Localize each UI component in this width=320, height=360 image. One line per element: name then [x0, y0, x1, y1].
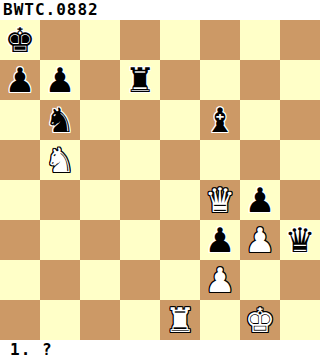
- square-h6[interactable]: [280, 100, 320, 140]
- square-e3[interactable]: [160, 220, 200, 260]
- piece-white-pawn: ♟: [245, 220, 275, 260]
- piece-black-bishop: ♝: [205, 100, 235, 140]
- square-d2[interactable]: [120, 260, 160, 300]
- square-b2[interactable]: [40, 260, 80, 300]
- square-a5[interactable]: [0, 140, 40, 180]
- square-a1[interactable]: [0, 300, 40, 340]
- square-c4[interactable]: [80, 180, 120, 220]
- square-b8[interactable]: [40, 20, 80, 60]
- square-c8[interactable]: [80, 20, 120, 60]
- move-prompt: 1. ?: [0, 340, 320, 360]
- square-h4[interactable]: [280, 180, 320, 220]
- square-a2[interactable]: [0, 260, 40, 300]
- square-b6[interactable]: ♞: [40, 100, 80, 140]
- square-f5[interactable]: [200, 140, 240, 180]
- square-d3[interactable]: [120, 220, 160, 260]
- square-c1[interactable]: [80, 300, 120, 340]
- square-a7[interactable]: ♟: [0, 60, 40, 100]
- square-b7[interactable]: ♟: [40, 60, 80, 100]
- square-b1[interactable]: [40, 300, 80, 340]
- square-c7[interactable]: [80, 60, 120, 100]
- square-e4[interactable]: [160, 180, 200, 220]
- square-e7[interactable]: [160, 60, 200, 100]
- square-d7[interactable]: ♜: [120, 60, 160, 100]
- square-b5[interactable]: ♞: [40, 140, 80, 180]
- piece-white-rook: ♜: [165, 300, 195, 340]
- piece-black-pawn: ♟: [5, 60, 35, 100]
- square-f8[interactable]: [200, 20, 240, 60]
- square-f1[interactable]: [200, 300, 240, 340]
- puzzle-title: BWTC.0882: [0, 0, 320, 20]
- square-g8[interactable]: [240, 20, 280, 60]
- square-h2[interactable]: [280, 260, 320, 300]
- square-h7[interactable]: [280, 60, 320, 100]
- square-a8[interactable]: ♚: [0, 20, 40, 60]
- piece-black-rook: ♜: [125, 60, 155, 100]
- square-e8[interactable]: [160, 20, 200, 60]
- square-d6[interactable]: [120, 100, 160, 140]
- piece-black-pawn: ♟: [205, 220, 235, 260]
- square-a6[interactable]: [0, 100, 40, 140]
- square-c5[interactable]: [80, 140, 120, 180]
- piece-white-pawn: ♟: [205, 260, 235, 300]
- square-f4[interactable]: ♛: [200, 180, 240, 220]
- piece-black-queen: ♛: [285, 220, 315, 260]
- piece-white-king: ♚: [245, 300, 275, 340]
- square-c6[interactable]: [80, 100, 120, 140]
- square-e1[interactable]: ♜: [160, 300, 200, 340]
- square-f6[interactable]: ♝: [200, 100, 240, 140]
- square-b4[interactable]: [40, 180, 80, 220]
- chess-board: ♚♟♟♜♞♝♞♛♟♟♟♛♟♜♚: [0, 20, 320, 340]
- piece-white-knight: ♞: [45, 140, 75, 180]
- square-g6[interactable]: [240, 100, 280, 140]
- square-d5[interactable]: [120, 140, 160, 180]
- piece-white-queen: ♛: [205, 180, 235, 220]
- square-f7[interactable]: [200, 60, 240, 100]
- square-a3[interactable]: [0, 220, 40, 260]
- square-b3[interactable]: [40, 220, 80, 260]
- square-d8[interactable]: [120, 20, 160, 60]
- square-g4[interactable]: ♟: [240, 180, 280, 220]
- piece-black-pawn: ♟: [45, 60, 75, 100]
- square-g2[interactable]: [240, 260, 280, 300]
- square-h1[interactable]: [280, 300, 320, 340]
- square-g1[interactable]: ♚: [240, 300, 280, 340]
- piece-black-knight: ♞: [45, 100, 75, 140]
- square-f3[interactable]: ♟: [200, 220, 240, 260]
- square-g7[interactable]: [240, 60, 280, 100]
- square-c3[interactable]: [80, 220, 120, 260]
- square-h3[interactable]: ♛: [280, 220, 320, 260]
- square-e5[interactable]: [160, 140, 200, 180]
- square-d4[interactable]: [120, 180, 160, 220]
- square-g5[interactable]: [240, 140, 280, 180]
- square-a4[interactable]: [0, 180, 40, 220]
- square-d1[interactable]: [120, 300, 160, 340]
- square-h5[interactable]: [280, 140, 320, 180]
- square-f2[interactable]: ♟: [200, 260, 240, 300]
- square-e2[interactable]: [160, 260, 200, 300]
- square-h8[interactable]: [280, 20, 320, 60]
- piece-black-king: ♚: [5, 20, 35, 60]
- chess-puzzle-screen: BWTC.0882 ♚♟♟♜♞♝♞♛♟♟♟♛♟♜♚ 1. ?: [0, 0, 320, 360]
- square-c2[interactable]: [80, 260, 120, 300]
- square-e6[interactable]: [160, 100, 200, 140]
- piece-black-pawn: ♟: [245, 180, 275, 220]
- square-g3[interactable]: ♟: [240, 220, 280, 260]
